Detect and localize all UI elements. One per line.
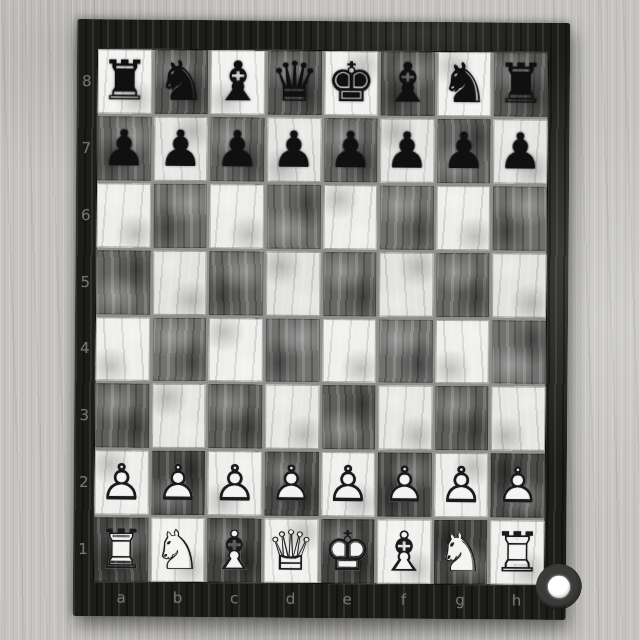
square-b4[interactable] bbox=[152, 317, 206, 381]
square-c8[interactable]: ♝ bbox=[211, 50, 265, 114]
white-pawn[interactable]: ♟♙ bbox=[321, 452, 375, 516]
square-e5[interactable] bbox=[323, 252, 377, 316]
white-rook[interactable]: ♜♖ bbox=[490, 520, 544, 584]
square-b7[interactable]: ♟ bbox=[154, 117, 208, 181]
square-g3[interactable] bbox=[435, 386, 489, 450]
square-e3[interactable] bbox=[321, 385, 375, 449]
file-label-a: a bbox=[93, 582, 150, 612]
square-g7[interactable]: ♟ bbox=[437, 119, 491, 183]
square-h6[interactable] bbox=[493, 186, 547, 250]
square-a7[interactable]: ♟ bbox=[97, 116, 151, 180]
white-pawn[interactable]: ♟♙ bbox=[208, 451, 262, 515]
square-b8[interactable]: ♞ bbox=[154, 50, 208, 114]
black-king[interactable]: ♚ bbox=[324, 51, 378, 115]
white-piece-outline: ♙ bbox=[495, 461, 540, 511]
file-label-g: g bbox=[432, 585, 489, 615]
square-c3[interactable] bbox=[208, 384, 262, 448]
white-pawn[interactable]: ♟♙ bbox=[491, 454, 545, 518]
white-piece-outline: ♙ bbox=[382, 460, 427, 510]
square-a5[interactable] bbox=[96, 250, 150, 314]
square-e8[interactable]: ♚ bbox=[324, 51, 378, 115]
white-piece-outline: ♙ bbox=[439, 460, 484, 510]
square-f4[interactable] bbox=[379, 319, 433, 383]
square-f6[interactable] bbox=[380, 185, 434, 249]
rank-label-4: 4 bbox=[75, 315, 96, 382]
square-b5[interactable] bbox=[153, 250, 207, 314]
square-c5[interactable] bbox=[209, 251, 263, 315]
black-queen[interactable]: ♛ bbox=[267, 51, 321, 115]
square-b6[interactable] bbox=[153, 183, 207, 247]
white-king[interactable]: ♚♔ bbox=[320, 519, 374, 583]
white-pawn[interactable]: ♟♙ bbox=[434, 453, 488, 517]
square-e6[interactable] bbox=[323, 185, 377, 249]
white-piece-outline: ♔ bbox=[323, 524, 373, 579]
white-pawn[interactable]: ♟♙ bbox=[94, 450, 148, 514]
black-pawn[interactable]: ♟ bbox=[267, 117, 321, 181]
white-piece-outline: ♕ bbox=[266, 523, 316, 578]
square-h1[interactable]: ♜♖ bbox=[490, 520, 544, 584]
square-d5[interactable] bbox=[266, 251, 320, 315]
square-d6[interactable] bbox=[266, 184, 320, 248]
square-h7[interactable]: ♟ bbox=[493, 119, 547, 183]
square-g4[interactable] bbox=[435, 319, 489, 383]
chess-board: 87654321 abcdefgh ♜♞♝♛♚♝♞♜♟♟♟♟♟♟♟♟♟♙♟♙♟♙… bbox=[73, 19, 571, 620]
square-g5[interactable] bbox=[436, 253, 490, 317]
black-pawn[interactable]: ♟ bbox=[324, 118, 378, 182]
white-piece-outline: ♘ bbox=[153, 522, 203, 577]
square-c6[interactable] bbox=[210, 184, 264, 248]
square-g6[interactable] bbox=[436, 186, 490, 250]
file-label-d: d bbox=[262, 584, 319, 614]
square-a8[interactable]: ♜ bbox=[98, 49, 152, 113]
corner-knob-dot-icon bbox=[548, 576, 570, 598]
black-bishop[interactable]: ♝ bbox=[211, 50, 265, 114]
black-pawn[interactable]: ♟ bbox=[97, 116, 151, 180]
square-f1[interactable]: ♝♗ bbox=[377, 520, 431, 584]
square-f5[interactable] bbox=[379, 252, 433, 316]
rank-label-2: 2 bbox=[73, 449, 94, 516]
white-piece-outline: ♘ bbox=[436, 524, 486, 579]
square-d7[interactable]: ♟ bbox=[267, 117, 321, 181]
square-g1[interactable]: ♞♘ bbox=[434, 520, 488, 584]
square-c2[interactable]: ♟♙ bbox=[208, 451, 262, 515]
white-knight[interactable]: ♞♘ bbox=[151, 518, 205, 582]
square-e2[interactable]: ♟♙ bbox=[321, 452, 375, 516]
square-h2[interactable]: ♟♙ bbox=[491, 454, 545, 518]
white-knight[interactable]: ♞♘ bbox=[434, 520, 488, 584]
square-e7[interactable]: ♟ bbox=[324, 118, 378, 182]
rank-label-3: 3 bbox=[74, 382, 95, 449]
square-h5[interactable] bbox=[492, 253, 546, 317]
white-piece-outline: ♙ bbox=[156, 458, 201, 508]
white-piece-outline: ♗ bbox=[209, 523, 259, 578]
black-bishop[interactable]: ♝ bbox=[381, 51, 435, 115]
white-piece-outline: ♖ bbox=[96, 522, 146, 577]
white-piece-outline: ♙ bbox=[269, 459, 314, 509]
square-h4[interactable] bbox=[492, 320, 546, 384]
white-pawn[interactable]: ♟♙ bbox=[264, 452, 318, 516]
square-g2[interactable]: ♟♙ bbox=[434, 453, 488, 517]
rank-label-1: 1 bbox=[73, 515, 94, 582]
white-pawn[interactable]: ♟♙ bbox=[378, 453, 432, 517]
square-d2[interactable]: ♟♙ bbox=[264, 452, 318, 516]
black-pawn[interactable]: ♟ bbox=[154, 117, 208, 181]
square-d1[interactable]: ♛♕ bbox=[264, 519, 318, 583]
square-b3[interactable] bbox=[152, 384, 206, 448]
black-pawn[interactable]: ♟ bbox=[380, 118, 434, 182]
black-pawn[interactable]: ♟ bbox=[437, 119, 491, 183]
rank-label-8: 8 bbox=[77, 48, 98, 115]
white-rook[interactable]: ♜♖ bbox=[94, 517, 148, 581]
file-label-b: b bbox=[149, 583, 206, 613]
square-h3[interactable] bbox=[491, 387, 545, 451]
board-squares: ♜♞♝♛♚♝♞♜♟♟♟♟♟♟♟♟♟♙♟♙♟♙♟♙♟♙♟♙♟♙♟♙♜♖♞♘♝♗♛♕… bbox=[93, 48, 549, 586]
rank-label-6: 6 bbox=[76, 182, 97, 249]
square-c1[interactable]: ♝♗ bbox=[207, 518, 261, 582]
square-c4[interactable] bbox=[209, 318, 263, 382]
white-piece-outline: ♗ bbox=[379, 524, 429, 579]
square-c7[interactable]: ♟ bbox=[210, 117, 264, 181]
black-rook[interactable]: ♜ bbox=[494, 52, 548, 116]
wood-table-background: 87654321 abcdefgh ♜♞♝♛♚♝♞♜♟♟♟♟♟♟♟♟♟♙♟♙♟♙… bbox=[0, 0, 640, 640]
square-f3[interactable] bbox=[378, 386, 432, 450]
file-label-e: e bbox=[319, 584, 376, 614]
square-e1[interactable]: ♚♔ bbox=[320, 519, 374, 583]
white-bishop[interactable]: ♝♗ bbox=[377, 520, 431, 584]
square-g8[interactable]: ♞ bbox=[437, 52, 491, 116]
white-bishop[interactable]: ♝♗ bbox=[207, 518, 261, 582]
white-pawn[interactable]: ♟♙ bbox=[151, 451, 205, 515]
file-labels: abcdefgh bbox=[93, 582, 545, 616]
square-a3[interactable] bbox=[95, 384, 149, 448]
white-piece-outline: ♙ bbox=[325, 459, 370, 509]
square-a1[interactable]: ♜♖ bbox=[94, 517, 148, 581]
file-label-c: c bbox=[206, 583, 263, 613]
square-d4[interactable] bbox=[265, 318, 319, 382]
square-d3[interactable] bbox=[265, 385, 319, 449]
rank-label-5: 5 bbox=[75, 248, 96, 315]
white-piece-outline: ♙ bbox=[99, 457, 144, 507]
black-rook[interactable]: ♜ bbox=[98, 49, 152, 113]
black-knight[interactable]: ♞ bbox=[437, 52, 491, 116]
square-f2[interactable]: ♟♙ bbox=[378, 453, 432, 517]
square-a2[interactable]: ♟♙ bbox=[94, 450, 148, 514]
black-knight[interactable]: ♞ bbox=[154, 50, 208, 114]
square-h8[interactable]: ♜ bbox=[494, 52, 548, 116]
square-d8[interactable]: ♛ bbox=[267, 51, 321, 115]
square-b2[interactable]: ♟♙ bbox=[151, 451, 205, 515]
square-e4[interactable] bbox=[322, 319, 376, 383]
file-label-f: f bbox=[375, 584, 432, 614]
rank-label-7: 7 bbox=[76, 115, 97, 182]
corner-knob-icon bbox=[536, 564, 582, 610]
square-f8[interactable]: ♝ bbox=[381, 51, 435, 115]
square-f7[interactable]: ♟ bbox=[380, 118, 434, 182]
square-b1[interactable]: ♞♘ bbox=[151, 518, 205, 582]
white-queen[interactable]: ♛♕ bbox=[264, 519, 318, 583]
black-pawn[interactable]: ♟ bbox=[493, 119, 547, 183]
white-piece-outline: ♖ bbox=[492, 525, 542, 580]
square-a4[interactable] bbox=[96, 317, 150, 381]
black-pawn[interactable]: ♟ bbox=[210, 117, 264, 181]
square-a6[interactable] bbox=[97, 183, 151, 247]
white-piece-outline: ♙ bbox=[212, 458, 257, 508]
